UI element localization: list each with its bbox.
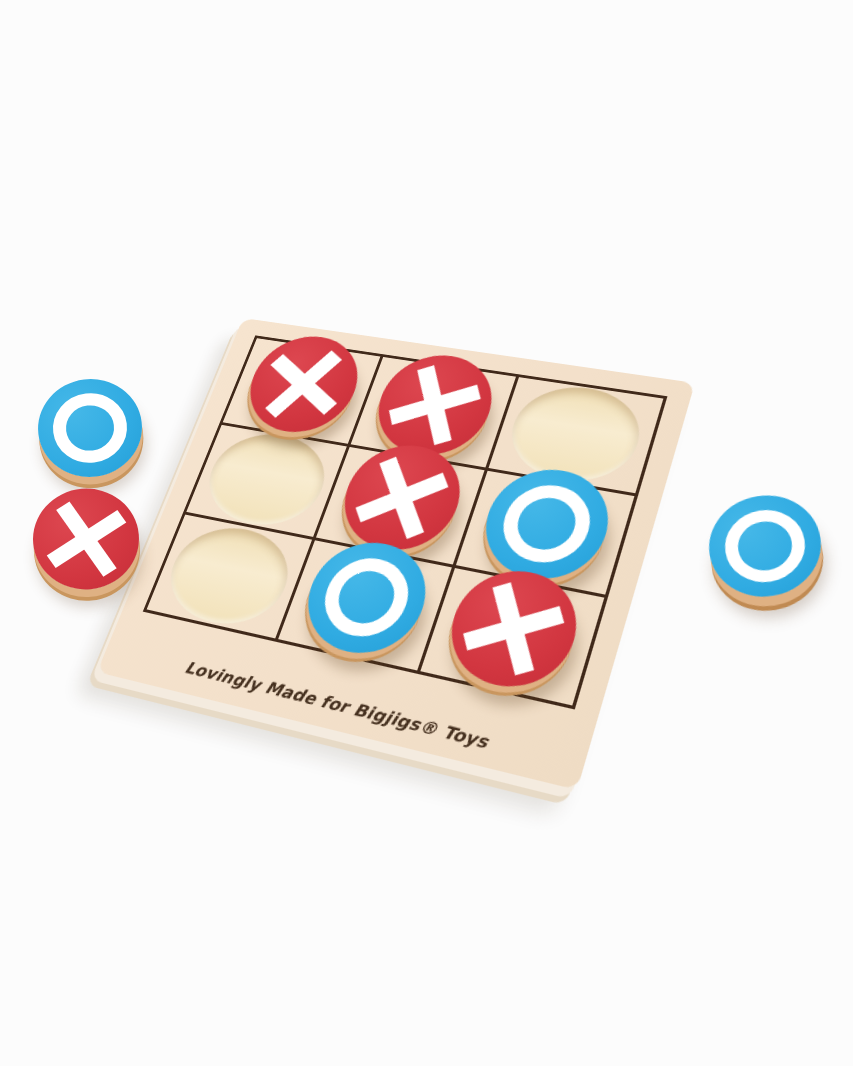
o-ring bbox=[49, 388, 132, 467]
x-piece bbox=[235, 330, 372, 440]
x-piece bbox=[330, 438, 475, 560]
o-ring bbox=[314, 551, 419, 644]
empty-recess bbox=[156, 519, 303, 635]
product-photo-stage: Lovingly Made for Bigjigs® Toys bbox=[0, 0, 853, 1066]
empty-recess bbox=[499, 379, 651, 490]
tic-tac-toe-board: Lovingly Made for Bigjigs® Toys bbox=[97, 318, 695, 790]
empty-recess bbox=[195, 427, 338, 535]
o-ring bbox=[719, 504, 810, 588]
x-bar bbox=[46, 510, 125, 568]
board-grid bbox=[143, 335, 668, 709]
x-glyph bbox=[24, 480, 149, 598]
spare-x-piece-left[interactable] bbox=[29, 484, 143, 594]
spare-o-piece-right[interactable] bbox=[702, 487, 828, 604]
o-ring bbox=[493, 479, 600, 570]
spare-o-piece-upper-left[interactable] bbox=[32, 373, 147, 483]
x-glyph bbox=[245, 333, 362, 435]
